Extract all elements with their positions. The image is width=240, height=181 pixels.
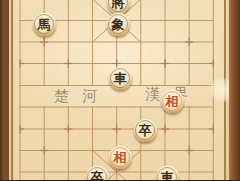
- piece-glyph: 車: [114, 72, 127, 85]
- piece-black-pawn-1[interactable]: 卒: [134, 119, 157, 142]
- piece-black-horse[interactable]: 馬: [33, 13, 56, 36]
- piece-glyph: 馬: [38, 18, 51, 31]
- piece-glyph: 將: [112, 0, 125, 9]
- piece-glyph: 車: [161, 171, 174, 181]
- piece-glyph: 象: [112, 18, 125, 31]
- wood-edge-left: [0, 0, 9, 180]
- piece-red-elephant-2[interactable]: 相: [109, 146, 132, 169]
- wood-edge-right: [229, 0, 240, 180]
- piece-glyph: 卒: [91, 171, 104, 181]
- xiangqi-game-screen: 楚河 漢界 將馬象車相卒相卒車: [0, 0, 240, 180]
- piece-black-elephant[interactable]: 象: [107, 13, 130, 36]
- piece-black-chariot-1[interactable]: 車: [109, 67, 132, 90]
- piece-glyph: 相: [114, 151, 127, 164]
- piece-glyph: 相: [166, 95, 179, 108]
- river-label-chu: 楚河: [54, 87, 110, 106]
- piece-glyph: 卒: [139, 124, 152, 137]
- piece-red-elephant-1[interactable]: 相: [161, 90, 184, 113]
